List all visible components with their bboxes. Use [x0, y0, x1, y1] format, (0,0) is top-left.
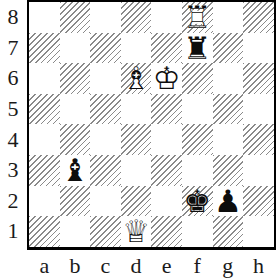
square-f3: [182, 155, 213, 186]
piece-fill: ♚: [151, 63, 182, 94]
square-h1: [243, 216, 274, 247]
square-c7: [90, 33, 121, 64]
file-label-b: b: [60, 249, 91, 279]
rank-label-7: 7: [0, 33, 26, 64]
square-e5: [151, 94, 182, 125]
square-h4: [243, 124, 274, 155]
square-b2: [60, 186, 91, 217]
file-label-f: f: [182, 249, 213, 279]
chess-board: ♜♖♜♜♝♗♚♔♝♝♚♚♟♟♛♕: [27, 0, 276, 250]
square-b5: [60, 94, 91, 125]
square-b3: ♝♝: [60, 155, 91, 186]
chess-diagram: 87654321 ♜♖♜♜♝♗♚♔♝♝♚♚♟♟♛♕ abcdefgh: [0, 0, 279, 279]
square-c6: [90, 63, 121, 94]
piece-fill: ♟: [213, 186, 244, 217]
square-f1: [182, 216, 213, 247]
piece-glyph: ♜: [182, 33, 213, 64]
piece-glyph: ♗: [121, 63, 152, 94]
file-label-h: h: [243, 249, 274, 279]
square-d6: ♝♗: [121, 63, 152, 94]
square-d4: [121, 124, 152, 155]
square-e4: [151, 124, 182, 155]
rank-label-5: 5: [0, 94, 26, 125]
square-f7: ♜♜: [182, 33, 213, 64]
square-c1: [90, 216, 121, 247]
square-h2: [243, 186, 274, 217]
square-g4: [213, 124, 244, 155]
square-e2: [151, 186, 182, 217]
piece-fill: ♜: [182, 33, 213, 64]
piece-black-bishop-b3: ♝♝: [60, 155, 91, 186]
file-label-e: e: [151, 249, 182, 279]
piece-glyph: ♚: [182, 186, 213, 217]
rank-label-6: 6: [0, 63, 26, 94]
square-h8: [243, 2, 274, 33]
square-g3: [213, 155, 244, 186]
piece-fill: ♝: [121, 63, 152, 94]
square-d5: [121, 94, 152, 125]
rank-label-4: 4: [0, 124, 26, 155]
file-label-g: g: [213, 249, 244, 279]
square-f8: ♜♖: [182, 2, 213, 33]
square-e7: [151, 33, 182, 64]
square-a8: [29, 2, 60, 33]
square-c4: [90, 124, 121, 155]
square-g2: ♟♟: [213, 186, 244, 217]
piece-white-rook-f8: ♜♖: [182, 2, 213, 33]
square-d3: [121, 155, 152, 186]
square-a7: [29, 33, 60, 64]
piece-black-pawn-g2: ♟♟: [213, 186, 244, 217]
square-e8: [151, 2, 182, 33]
piece-white-bishop-d6: ♝♗: [121, 63, 152, 94]
square-g5: [213, 94, 244, 125]
square-b1: [60, 216, 91, 247]
square-h6: [243, 63, 274, 94]
piece-fill: ♚: [182, 186, 213, 217]
piece-glyph: ♕: [121, 216, 152, 247]
piece-fill: ♛: [121, 216, 152, 247]
square-d8: [121, 2, 152, 33]
file-label-d: d: [121, 249, 152, 279]
rank-label-8: 8: [0, 2, 26, 33]
square-f5: [182, 94, 213, 125]
square-c5: [90, 94, 121, 125]
square-a3: [29, 155, 60, 186]
piece-glyph: ♖: [182, 2, 213, 33]
piece-black-king-f2: ♚♚: [182, 186, 213, 217]
piece-fill: ♝: [60, 155, 91, 186]
square-c8: [90, 2, 121, 33]
square-b7: [60, 33, 91, 64]
piece-white-king-e6: ♚♔: [151, 63, 182, 94]
square-c2: [90, 186, 121, 217]
square-e3: [151, 155, 182, 186]
square-a4: [29, 124, 60, 155]
square-f6: [182, 63, 213, 94]
square-h5: [243, 94, 274, 125]
piece-glyph: ♔: [151, 63, 182, 94]
square-g1: [213, 216, 244, 247]
piece-fill: ♜: [182, 2, 213, 33]
square-d7: [121, 33, 152, 64]
square-d2: [121, 186, 152, 217]
file-label-a: a: [29, 249, 60, 279]
piece-glyph: ♝: [60, 155, 91, 186]
piece-black-rook-f7: ♜♜: [182, 33, 213, 64]
square-b8: [60, 2, 91, 33]
rank-label-3: 3: [0, 155, 26, 186]
square-g8: [213, 2, 244, 33]
square-a5: [29, 94, 60, 125]
square-a2: [29, 186, 60, 217]
square-b4: [60, 124, 91, 155]
square-e1: [151, 216, 182, 247]
file-label-c: c: [90, 249, 121, 279]
square-e6: ♚♔: [151, 63, 182, 94]
square-d1: ♛♕: [121, 216, 152, 247]
square-a1: [29, 216, 60, 247]
square-g6: [213, 63, 244, 94]
rank-label-2: 2: [0, 186, 26, 217]
square-h3: [243, 155, 274, 186]
square-a6: [29, 63, 60, 94]
file-labels: abcdefgh: [29, 249, 274, 279]
piece-glyph: ♟: [213, 186, 244, 217]
rank-label-1: 1: [0, 216, 26, 247]
square-f4: [182, 124, 213, 155]
square-c3: [90, 155, 121, 186]
square-h7: [243, 33, 274, 64]
square-g7: [213, 33, 244, 64]
rank-labels: 87654321: [0, 2, 26, 247]
square-b6: [60, 63, 91, 94]
square-f2: ♚♚: [182, 186, 213, 217]
piece-white-queen-d1: ♛♕: [121, 216, 152, 247]
